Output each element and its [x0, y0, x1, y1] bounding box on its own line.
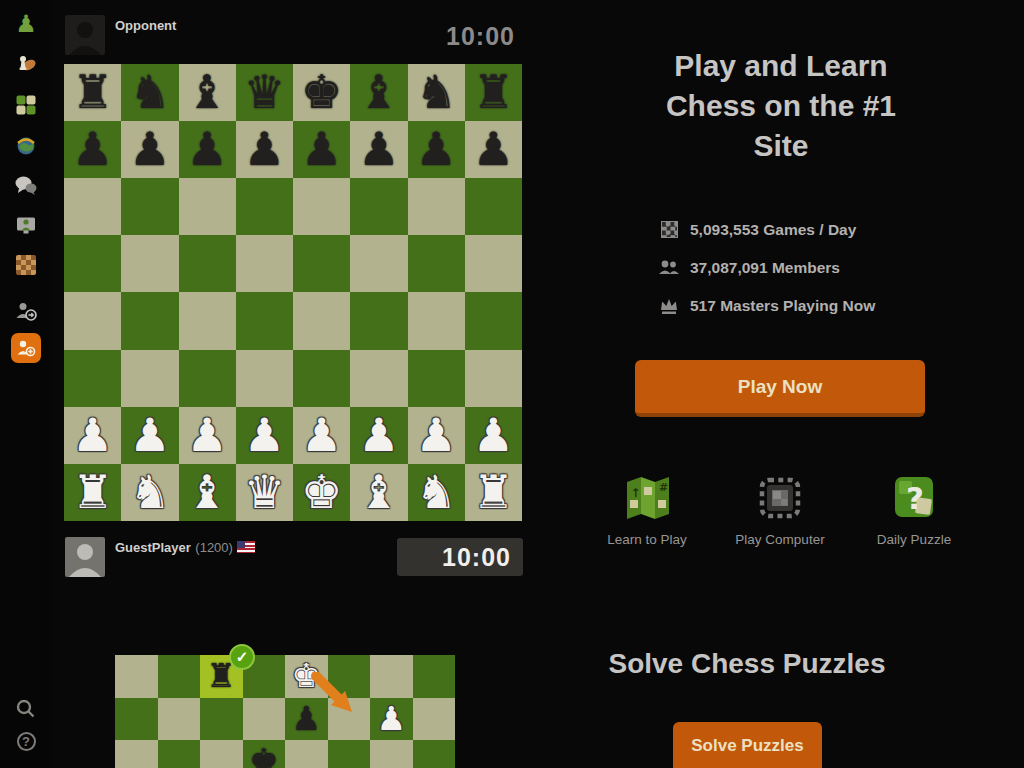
square-b4[interactable]: [121, 292, 178, 349]
feature-play-computer[interactable]: Play Computer: [718, 470, 842, 547]
square-b6[interactable]: [121, 178, 178, 235]
masters-crown-icon: [658, 297, 680, 315]
black-pawn-piece[interactable]: ♟: [244, 121, 285, 178]
square-e6[interactable]: [293, 178, 350, 235]
square-f4[interactable]: [350, 292, 407, 349]
square-c7[interactable]: [200, 698, 243, 741]
search-icon[interactable]: [14, 697, 38, 721]
square-a6[interactable]: [115, 740, 158, 768]
square-g6[interactable]: [408, 178, 465, 235]
white-pawn-piece[interactable]: ♟: [301, 407, 342, 464]
black-king-piece[interactable]: ♚: [301, 64, 342, 121]
solve-puzzles-button[interactable]: Solve Puzzles: [673, 722, 822, 768]
watch-globe-icon[interactable]: [14, 133, 38, 157]
guest-name: GuestPlayer: [115, 540, 191, 555]
feature-learn-to-play[interactable]: # ↑ Learn to Play: [585, 470, 709, 547]
learn-map-icon: # ↑: [585, 470, 709, 526]
square-a2[interactable]: ♟: [64, 407, 121, 464]
square-e5[interactable]: [293, 235, 350, 292]
black-rook-piece[interactable]: ♜: [473, 64, 514, 121]
square-c1[interactable]: ♝: [179, 464, 236, 521]
square-c6[interactable]: [200, 740, 243, 768]
square-c4[interactable]: [179, 292, 236, 349]
feature-daily-puzzle[interactable]: ? Daily Puzzle: [852, 470, 976, 547]
black-bishop-piece[interactable]: ♝: [187, 64, 228, 121]
square-d6[interactable]: ♚: [243, 740, 286, 768]
square-d8[interactable]: ♛: [236, 64, 293, 121]
black-pawn-piece[interactable]: ♟: [72, 121, 113, 178]
square-d7[interactable]: [243, 698, 286, 741]
black-pawn-piece[interactable]: ♟: [301, 121, 342, 178]
square-d1[interactable]: ♛: [236, 464, 293, 521]
square-a8[interactable]: [115, 655, 158, 698]
white-pawn-piece[interactable]: ♟: [72, 407, 113, 464]
members-people-icon: [658, 259, 680, 277]
opponent-clock: 10:00: [400, 22, 515, 51]
white-knight-piece[interactable]: ♞: [129, 464, 170, 521]
square-h3[interactable]: [465, 350, 522, 407]
square-b1[interactable]: ♞: [121, 464, 178, 521]
square-f7[interactable]: ♟: [350, 121, 407, 178]
white-pawn-piece[interactable]: ♟: [473, 407, 514, 464]
correct-move-check-icon: ✓: [229, 644, 255, 670]
square-a5[interactable]: [64, 235, 121, 292]
guest-rating: (1200): [195, 540, 233, 555]
square-e7[interactable]: ♟: [293, 121, 350, 178]
square-e4[interactable]: [293, 292, 350, 349]
square-a7[interactable]: [115, 698, 158, 741]
puzzles-section-title: Solve Chess Puzzles: [572, 648, 922, 680]
square-h6[interactable]: [465, 178, 522, 235]
square-f3[interactable]: [350, 350, 407, 407]
square-d3[interactable]: [236, 350, 293, 407]
black-knight-piece[interactable]: ♞: [129, 64, 170, 121]
white-pawn-piece[interactable]: ♟: [358, 407, 399, 464]
square-a3[interactable]: [64, 350, 121, 407]
white-knight-piece[interactable]: ♞: [416, 464, 457, 521]
hero-title-line1: Play and Learn: [596, 46, 966, 86]
white-pawn-piece[interactable]: ♟: [129, 407, 170, 464]
guest-avatar: [65, 537, 105, 577]
stat-games: 5,093,553 Games / Day: [658, 219, 875, 240]
square-h6[interactable]: [413, 740, 456, 768]
square-b7[interactable]: [158, 698, 201, 741]
square-h8[interactable]: ♜: [465, 64, 522, 121]
computer-chip-icon: [718, 470, 842, 526]
puzzle-preview-board[interactable]: ♜♚♟♟♚: [115, 655, 455, 768]
black-bishop-piece[interactable]: ♝: [358, 64, 399, 121]
guest-clock: 10:00: [397, 538, 523, 576]
square-d6[interactable]: [236, 178, 293, 235]
signup-icon[interactable]: [11, 333, 41, 363]
white-pawn-piece[interactable]: ♟: [187, 407, 228, 464]
square-d2[interactable]: ♟: [236, 407, 293, 464]
main-chess-board[interactable]: ♜♞♝♛♚♝♞♜♟♟♟♟♟♟♟♟♟♟♟♟♟♟♟♟♜♞♝♛♚♝♞♜: [64, 64, 522, 521]
white-bishop-piece[interactable]: ♝: [187, 464, 228, 521]
black-pawn-piece[interactable]: ♟: [129, 121, 170, 178]
white-pawn-piece[interactable]: ♟: [244, 407, 285, 464]
square-b8[interactable]: ♞: [121, 64, 178, 121]
daily-puzzle-icon: ?: [852, 470, 976, 526]
more-board-icon[interactable]: [14, 253, 38, 277]
black-rook-piece[interactable]: ♜: [72, 64, 113, 121]
black-pawn-piece[interactable]: ♟: [187, 121, 228, 178]
white-bishop-piece[interactable]: ♝: [358, 464, 399, 521]
white-queen-piece[interactable]: ♛: [244, 464, 285, 521]
black-pawn-piece[interactable]: ♟: [358, 121, 399, 178]
square-f6[interactable]: [328, 740, 371, 768]
play-pawn-icon[interactable]: ♟: [14, 12, 38, 36]
square-g5[interactable]: [408, 235, 465, 292]
puzzles-hand-icon[interactable]: [14, 52, 38, 76]
news-chat-icon[interactable]: [14, 173, 38, 197]
stat-masters: 517 Masters Playing Now: [658, 295, 875, 316]
square-a6[interactable]: [64, 178, 121, 235]
square-c7[interactable]: ♟: [179, 121, 236, 178]
black-queen-piece[interactable]: ♛: [244, 64, 285, 121]
square-b7[interactable]: ♟: [121, 121, 178, 178]
learn-puzzle-icon[interactable]: [14, 93, 38, 117]
black-king-piece[interactable]: ♚: [249, 740, 279, 768]
square-g1[interactable]: ♞: [408, 464, 465, 521]
black-pawn-piece[interactable]: ♟: [416, 121, 457, 178]
square-f2[interactable]: ♟: [350, 407, 407, 464]
square-b8[interactable]: [158, 655, 201, 698]
site-stats: 5,093,553 Games / Day 37,087,091 Members…: [658, 219, 875, 333]
hero-title-line2: Chess on the #1: [596, 86, 966, 126]
sidebar: ♟: [0, 0, 52, 768]
square-c3[interactable]: [179, 350, 236, 407]
stat-members: 37,087,091 Members: [658, 257, 875, 278]
white-pawn-piece[interactable]: ♟: [416, 407, 457, 464]
square-h2[interactable]: ♟: [465, 407, 522, 464]
black-knight-piece[interactable]: ♞: [416, 64, 457, 121]
square-b5[interactable]: [121, 235, 178, 292]
square-e1[interactable]: ♚: [293, 464, 350, 521]
square-c2[interactable]: ♟: [179, 407, 236, 464]
login-icon[interactable]: [14, 299, 38, 323]
square-f5[interactable]: [350, 235, 407, 292]
square-c8[interactable]: ♝: [179, 64, 236, 121]
hero-title-line3: Site: [596, 126, 966, 166]
square-g3[interactable]: [408, 350, 465, 407]
square-f6[interactable]: [350, 178, 407, 235]
play-now-button[interactable]: Play Now: [635, 360, 925, 417]
square-a4[interactable]: [64, 292, 121, 349]
square-e2[interactable]: ♟: [293, 407, 350, 464]
square-g7[interactable]: ♟: [370, 698, 413, 741]
square-f8[interactable]: ♝: [350, 64, 407, 121]
square-c5[interactable]: [179, 235, 236, 292]
square-h7[interactable]: [413, 698, 456, 741]
square-h4[interactable]: [465, 292, 522, 349]
square-d4[interactable]: [236, 292, 293, 349]
svg-text:#: #: [659, 481, 668, 494]
square-g2[interactable]: ♟: [408, 407, 465, 464]
square-g8[interactable]: [370, 655, 413, 698]
square-g6[interactable]: [370, 740, 413, 768]
square-g7[interactable]: ♟: [408, 121, 465, 178]
square-e6[interactable]: [285, 740, 328, 768]
square-e8[interactable]: ♚: [293, 64, 350, 121]
svg-text:?: ?: [906, 480, 924, 516]
square-c6[interactable]: [179, 178, 236, 235]
us-flag-icon: [237, 541, 255, 553]
square-f1[interactable]: ♝: [350, 464, 407, 521]
square-h1[interactable]: ♜: [465, 464, 522, 521]
square-d7[interactable]: ♟: [236, 121, 293, 178]
square-a7[interactable]: ♟: [64, 121, 121, 178]
square-b3[interactable]: [121, 350, 178, 407]
white-rook-piece[interactable]: ♜: [473, 464, 514, 521]
svg-text:↑: ↑: [631, 486, 641, 500]
guest-name-row: GuestPlayer (1200): [115, 538, 255, 556]
opponent-name: Opponent: [115, 18, 176, 33]
white-pawn-piece[interactable]: ♟: [376, 698, 406, 740]
white-king-piece[interactable]: ♚: [301, 464, 342, 521]
square-b6[interactable]: [158, 740, 201, 768]
square-b2[interactable]: ♟: [121, 407, 178, 464]
square-g4[interactable]: [408, 292, 465, 349]
person-silhouette-icon: [65, 15, 105, 55]
hero-title: Play and Learn Chess on the #1 Site: [596, 46, 966, 166]
square-h8[interactable]: [413, 655, 456, 698]
black-pawn-piece[interactable]: ♟: [473, 121, 514, 178]
square-h7[interactable]: ♟: [465, 121, 522, 178]
square-a8[interactable]: ♜: [64, 64, 121, 121]
help-icon[interactable]: ?: [14, 729, 38, 753]
square-h5[interactable]: [465, 235, 522, 292]
white-rook-piece[interactable]: ♜: [72, 464, 113, 521]
social-screen-icon[interactable]: [14, 213, 38, 237]
square-g8[interactable]: ♞: [408, 64, 465, 121]
person-silhouette-icon: [65, 537, 105, 577]
square-d5[interactable]: [236, 235, 293, 292]
games-board-icon: [658, 221, 680, 238]
move-arrow-icon: [310, 672, 360, 722]
opponent-avatar: [65, 15, 105, 55]
square-a1[interactable]: ♜: [64, 464, 121, 521]
square-e3[interactable]: [293, 350, 350, 407]
